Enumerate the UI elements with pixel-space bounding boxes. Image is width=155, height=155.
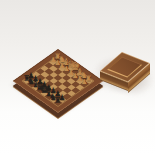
box-lid-raised-panel [107, 56, 142, 77]
chess-board [12, 49, 103, 113]
board-square [53, 100, 62, 106]
photo-stage: ♜♞♝♛♚♝♞♜♟♟♟♟♟♟♟♟♟♟♟♟♟♟♟♟♜♞♝♛♚♝♞♜ [0, 0, 155, 155]
